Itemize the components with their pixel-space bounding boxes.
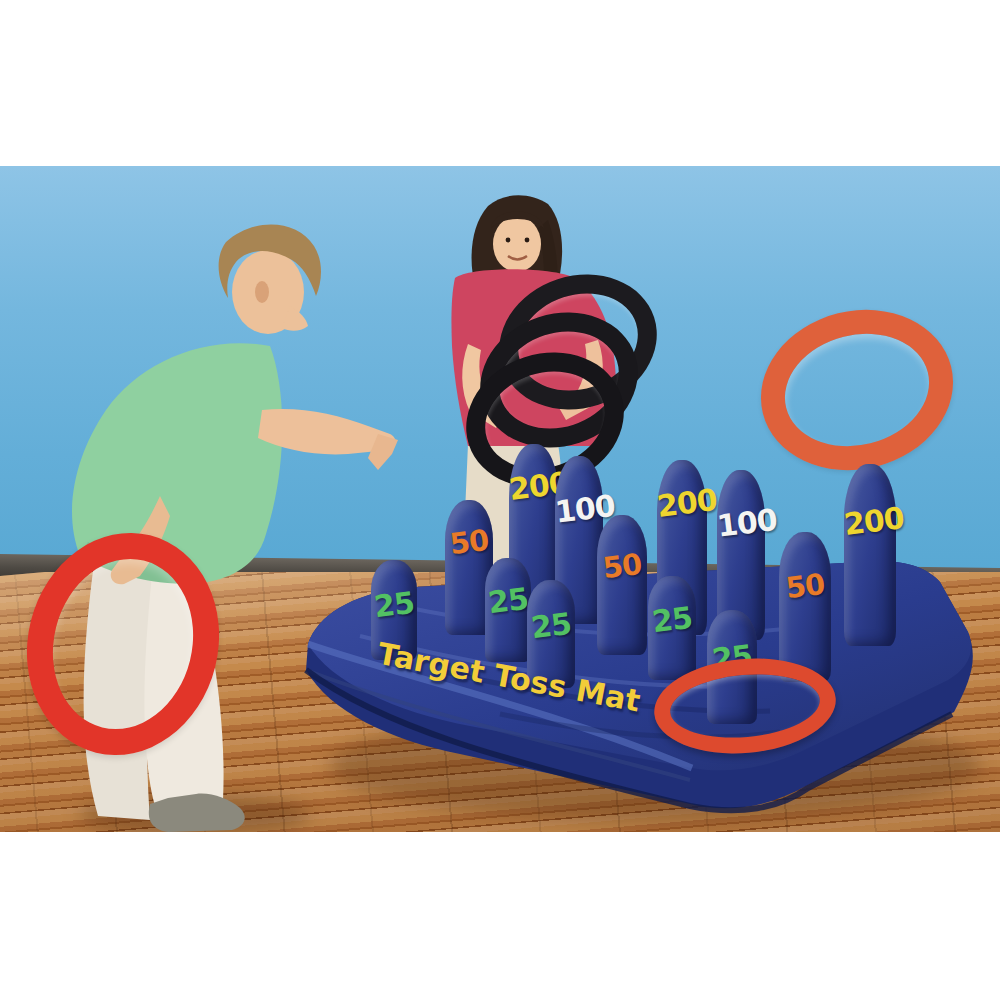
screenshot-canvas: 200 100 200 100 200 50 50 50 25 25 25 25… bbox=[0, 0, 1000, 1000]
peg-50-3-label: 50 bbox=[777, 566, 833, 606]
peg-50-3: 50 bbox=[779, 532, 831, 682]
girl-eye-left bbox=[506, 238, 511, 243]
peg-50-2-label: 50 bbox=[595, 546, 649, 586]
peg-25-1-label: 25 bbox=[369, 584, 419, 624]
peg-200-3-label: 200 bbox=[842, 501, 898, 542]
peg-100-2-label: 100 bbox=[715, 503, 767, 544]
peg-25-4: 25 bbox=[648, 576, 696, 680]
peg-200-3: 200 bbox=[844, 464, 896, 646]
peg-100-1-label: 100 bbox=[553, 489, 605, 530]
boy-ear bbox=[255, 281, 269, 303]
girl-face bbox=[493, 216, 541, 272]
peg-25-4-label: 25 bbox=[646, 599, 698, 640]
peg-25-3-label: 25 bbox=[525, 605, 577, 646]
photo-area: 200 100 200 100 200 50 50 50 25 25 25 25… bbox=[0, 166, 1000, 832]
peg-50-2: 50 bbox=[597, 515, 647, 655]
peg-200-2-label: 200 bbox=[655, 483, 709, 524]
girl-eye-right bbox=[525, 238, 530, 243]
peg-50-1-label: 50 bbox=[443, 522, 495, 562]
peg-25-2: 25 bbox=[485, 558, 531, 662]
